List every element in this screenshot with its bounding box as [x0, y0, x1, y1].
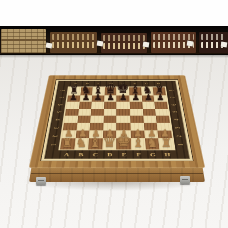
file-labels-bottom: ABCDEFGH — [59, 151, 175, 159]
coordinate-label: A — [69, 81, 81, 86]
coordinate-label: F — [129, 81, 141, 86]
piece-black-pawn-f7: ♟ — [132, 93, 140, 102]
coordinate-label: D — [105, 81, 117, 86]
square-c5 — [91, 109, 104, 116]
coordinate-label: E — [117, 151, 132, 159]
coordinate-label: F — [131, 151, 146, 159]
square-h1: ♜ — [159, 138, 174, 149]
square-g4 — [143, 116, 157, 123]
coordinate-label: C — [93, 81, 105, 86]
coordinate-label: G — [146, 151, 161, 159]
square-b4 — [77, 116, 91, 123]
piece-black-pawn-e7: ♟ — [119, 93, 127, 102]
coordinate-label: G — [140, 81, 152, 86]
coordinate-label: 5 — [51, 109, 65, 115]
coordinate-label: 3 — [171, 124, 186, 131]
piece-white-queen-d1: ♛ — [103, 134, 117, 149]
coordinate-label: C — [88, 151, 103, 159]
coordinate-label: 2 — [172, 133, 187, 140]
piece-black-pawn-a7: ♟ — [69, 93, 77, 102]
square-e5 — [117, 109, 131, 116]
coordinate-label: 8 — [55, 88, 68, 93]
file-labels-top: ABCDEFGH — [69, 81, 164, 86]
coordinate-label: H — [152, 81, 164, 86]
square-b5 — [78, 109, 91, 116]
coordinate-label: 6 — [53, 102, 67, 108]
square-a6 — [66, 102, 79, 109]
board-front-edge — [29, 166, 205, 182]
square-d5 — [104, 109, 117, 116]
piece-black-pawn-c7: ♟ — [94, 93, 102, 102]
square-b1: ♞ — [74, 138, 89, 149]
square-e6 — [117, 102, 131, 109]
piece-black-pawn-g7: ♟ — [144, 93, 152, 102]
board-oak-frame: ABCDEFGH ABCDEFGH 87654321 87654321 ♜♞♝♛… — [29, 75, 205, 168]
coordinate-label: 1 — [174, 141, 189, 148]
square-h4 — [156, 116, 170, 123]
piece-white-king-e1: ♚ — [117, 133, 132, 150]
square-f5 — [130, 109, 143, 116]
square-b6 — [79, 102, 92, 109]
coordinate-label: E — [117, 81, 129, 86]
square-f1: ♝ — [131, 138, 146, 149]
board-squares: ♜♞♝♛♚♝♞♜♟♟♟♟♟♟♟♟♟♟♟♟♟♟♟♟♜♞♝♛♚♝♞♜ — [60, 87, 174, 149]
piece-white-bishop-f1: ♝ — [132, 136, 144, 150]
square-g6 — [142, 102, 155, 109]
square-g5 — [143, 109, 156, 116]
piece-white-knight-b1: ♞ — [76, 137, 87, 150]
coordinate-label: 6 — [168, 102, 182, 108]
square-g1: ♞ — [145, 138, 160, 149]
square-c1: ♝ — [88, 138, 103, 149]
coordinate-label: 4 — [50, 116, 64, 122]
coordinate-label: 3 — [48, 124, 63, 131]
piece-black-pawn-h7: ♟ — [157, 93, 165, 102]
square-a5 — [65, 109, 79, 116]
piece-white-rook-a1: ♜ — [62, 137, 73, 149]
chess-product-photo: ABCDEFGH ABCDEFGH 87654321 87654321 ♜♞♝♛… — [0, 0, 228, 228]
piece-black-pawn-b7: ♟ — [82, 93, 90, 102]
piece-white-knight-g1: ♞ — [147, 137, 158, 150]
square-d4 — [103, 116, 116, 123]
square-f4 — [130, 116, 143, 123]
coordinate-label: A — [59, 151, 74, 159]
board-hinge-left — [36, 177, 46, 185]
piece-black-pawn-d7: ♟ — [106, 93, 114, 102]
square-a4 — [64, 116, 78, 123]
piece-white-rook-h1: ♜ — [161, 137, 172, 149]
coordinate-label: 1 — [45, 141, 60, 148]
square-e1: ♚ — [116, 138, 131, 149]
coordinate-label: B — [73, 151, 88, 159]
chess-board: ABCDEFGH ABCDEFGH 87654321 87654321 ♜♞♝♛… — [12, 0, 222, 168]
square-d1: ♛ — [102, 138, 116, 149]
square-f6 — [130, 102, 143, 109]
square-c6 — [91, 102, 104, 109]
coordinate-label: H — [160, 151, 175, 159]
coordinate-label: 2 — [47, 133, 62, 140]
square-h6 — [155, 102, 168, 109]
coordinate-label: 8 — [166, 88, 179, 93]
coordinate-label: 5 — [169, 109, 183, 115]
coordinate-label: 7 — [54, 95, 67, 100]
board-hinge-right — [180, 176, 190, 184]
coordinate-label: 4 — [170, 116, 184, 122]
square-c4 — [90, 116, 103, 123]
square-d6 — [104, 102, 117, 109]
piece-white-bishop-c1: ♝ — [89, 136, 101, 150]
coordinate-label: B — [81, 81, 93, 86]
folding-box-seam — [31, 173, 203, 174]
square-a1: ♜ — [60, 138, 75, 149]
coordinate-label: D — [102, 151, 117, 159]
square-h5 — [155, 109, 169, 116]
coordinate-label: 7 — [167, 95, 180, 100]
square-e4 — [117, 116, 131, 123]
